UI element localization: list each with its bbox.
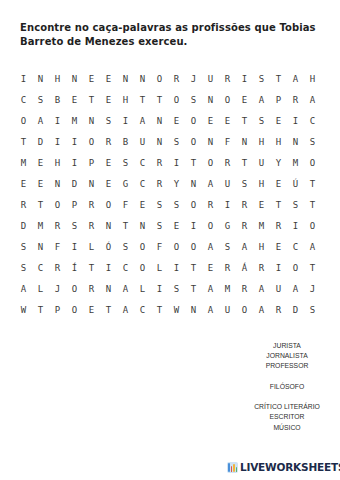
grid-cell[interactable]: H <box>49 68 66 89</box>
grid-cell[interactable]: A <box>236 236 253 257</box>
grid-cell[interactable]: M <box>287 152 304 173</box>
grid-cell[interactable]: P <box>49 299 66 320</box>
grid-cell[interactable]: L <box>151 257 168 278</box>
grid-cell[interactable]: O <box>168 236 185 257</box>
grid-cell[interactable]: T <box>100 299 117 320</box>
grid-cell[interactable]: J <box>49 278 66 299</box>
grid-cell[interactable]: C <box>134 173 151 194</box>
grid-cell[interactable]: C <box>134 152 151 173</box>
grid-cell[interactable]: A <box>202 278 219 299</box>
grid-cell[interactable]: P <box>83 152 100 173</box>
grid-cell[interactable]: G <box>117 173 134 194</box>
grid-cell[interactable]: S <box>117 236 134 257</box>
grid-cell[interactable]: L <box>32 278 49 299</box>
grid-cell[interactable]: I <box>100 257 117 278</box>
grid-cell[interactable]: T <box>236 110 253 131</box>
grid-cell[interactable]: O <box>202 152 219 173</box>
grid-cell[interactable]: N <box>151 131 168 152</box>
grid-cell[interactable]: O <box>304 215 321 236</box>
grid-cell[interactable]: E <box>15 173 32 194</box>
grid-cell[interactable]: T <box>236 152 253 173</box>
grid-cell[interactable]: I <box>49 110 66 131</box>
word-list-item: CRÍTICO LITERÁRIO <box>212 402 340 412</box>
grid-cell[interactable]: D <box>32 131 49 152</box>
grid-cell[interactable]: S <box>287 194 304 215</box>
word-list: JURISTAJORNALISTAPROFESSOR FILÓSOFO CRÍT… <box>212 341 340 433</box>
grid-cell[interactable]: R <box>83 278 100 299</box>
grid-cell[interactable]: O <box>185 194 202 215</box>
grid-cell[interactable]: O <box>287 257 304 278</box>
grid-cell[interactable]: E <box>100 152 117 173</box>
grid-cell[interactable]: H <box>304 68 321 89</box>
grid-cell[interactable]: I <box>185 215 202 236</box>
word-list-item: JURISTA <box>212 341 340 351</box>
grid-cell[interactable]: S <box>219 236 236 257</box>
grid-cell[interactable]: O <box>83 131 100 152</box>
grid-cell[interactable]: R <box>236 215 253 236</box>
grid-cell[interactable]: H <box>253 236 270 257</box>
grid-cell[interactable]: H <box>117 89 134 110</box>
word-list-gap <box>212 392 340 402</box>
grid-cell[interactable]: O <box>185 110 202 131</box>
grid-cell[interactable]: O <box>151 68 168 89</box>
grid-cell[interactable]: E <box>100 89 117 110</box>
word-list-item: MÚSICO <box>212 423 340 433</box>
grid-cell[interactable]: S <box>15 257 32 278</box>
grid-cell[interactable]: N <box>32 236 49 257</box>
grid-cell[interactable]: I <box>219 194 236 215</box>
grid-cell[interactable]: A <box>202 236 219 257</box>
grid-cell[interactable]: E <box>270 110 287 131</box>
grid-cell[interactable]: M <box>15 152 32 173</box>
grid-cell[interactable]: S <box>185 89 202 110</box>
grid-cell[interactable]: S <box>117 152 134 173</box>
grid-cell[interactable]: O <box>134 236 151 257</box>
grid-cell[interactable]: S <box>66 215 83 236</box>
grid-cell[interactable]: T <box>151 89 168 110</box>
grid-cell[interactable]: I <box>49 131 66 152</box>
liveworksheets-icon <box>227 462 238 473</box>
grid-cell[interactable]: E <box>100 173 117 194</box>
grid-cell[interactable]: E <box>32 173 49 194</box>
grid-cell[interactable]: A <box>134 110 151 131</box>
grid-cell[interactable]: O <box>202 215 219 236</box>
grid-cell[interactable]: M <box>219 278 236 299</box>
grid-cell[interactable]: O <box>66 278 83 299</box>
grid-cell[interactable]: N <box>100 215 117 236</box>
grid-cell[interactable]: U <box>253 152 270 173</box>
grid-cell[interactable]: N <box>185 299 202 320</box>
grid-cell[interactable]: Ó <box>100 236 117 257</box>
grid-cell[interactable]: M <box>66 110 83 131</box>
grid-cell[interactable]: I <box>270 257 287 278</box>
grid-cell[interactable]: C <box>304 110 321 131</box>
grid-cell[interactable]: H <box>253 173 270 194</box>
grid-cell[interactable]: S <box>236 173 253 194</box>
grid-cell[interactable]: E <box>202 110 219 131</box>
grid-cell[interactable]: O <box>66 299 83 320</box>
grid-cell[interactable]: N <box>83 110 100 131</box>
grid-cell[interactable]: T <box>270 194 287 215</box>
grid-cell[interactable]: H <box>253 131 270 152</box>
grid-cell[interactable]: N <box>83 173 100 194</box>
grid-cell[interactable]: H <box>270 131 287 152</box>
grid-cell[interactable]: Í <box>66 257 83 278</box>
grid-cell[interactable]: C <box>15 89 32 110</box>
grid-cell[interactable]: N <box>236 131 253 152</box>
grid-cell[interactable]: G <box>219 215 236 236</box>
grid-cell[interactable]: C <box>287 236 304 257</box>
grid-cell[interactable]: A <box>15 278 32 299</box>
grid-cell[interactable]: N <box>185 173 202 194</box>
grid-cell[interactable]: A <box>287 68 304 89</box>
grid-cell[interactable]: W <box>15 299 32 320</box>
word-list-gap <box>212 372 340 382</box>
grid-cell[interactable]: T <box>134 89 151 110</box>
grid-cell[interactable]: O <box>185 131 202 152</box>
grid-cell[interactable]: T <box>304 257 321 278</box>
grid-cell[interactable]: L <box>83 236 100 257</box>
grid-cell[interactable]: A <box>304 236 321 257</box>
grid-cell[interactable]: R <box>236 278 253 299</box>
grid-cell[interactable]: E <box>270 236 287 257</box>
grid-cell[interactable]: T <box>15 131 32 152</box>
grid-cell[interactable]: R <box>49 215 66 236</box>
grid-cell[interactable]: L <box>134 278 151 299</box>
grid-cell[interactable]: I <box>151 278 168 299</box>
grid-cell[interactable]: I <box>117 110 134 131</box>
grid-cell[interactable]: D <box>66 173 83 194</box>
worksheet-page: Encontre no caça-palavras as profissões … <box>0 0 340 480</box>
puzzle-instructions: Encontre no caça-palavras as profissões … <box>20 21 326 48</box>
grid-cell[interactable]: A <box>253 278 270 299</box>
grid-cell[interactable]: R <box>83 194 100 215</box>
grid-cell[interactable]: Ú <box>287 173 304 194</box>
grid-cell[interactable]: I <box>66 152 83 173</box>
word-list-item: PROFESSOR <box>212 361 340 371</box>
grid-cell[interactable]: A <box>117 299 134 320</box>
grid-cell[interactable]: T <box>304 173 321 194</box>
grid-cell[interactable]: N <box>100 278 117 299</box>
grid-cell[interactable]: A <box>253 89 270 110</box>
grid-cell[interactable]: A <box>202 173 219 194</box>
grid-cell[interactable]: E <box>219 110 236 131</box>
grid-cell[interactable]: R <box>100 131 117 152</box>
grid-cell[interactable]: R <box>202 194 219 215</box>
grid-cell[interactable]: S <box>151 194 168 215</box>
grid-cell[interactable]: P <box>270 89 287 110</box>
grid-cell[interactable]: T <box>270 68 287 89</box>
grid-cell[interactable]: R <box>219 152 236 173</box>
grid-cell[interactable]: P <box>66 194 83 215</box>
grid-cell[interactable]: J <box>304 278 321 299</box>
grid-cell[interactable]: R <box>270 215 287 236</box>
grid-cell[interactable]: E <box>134 194 151 215</box>
grid-cell[interactable]: R <box>253 257 270 278</box>
grid-cell[interactable]: E <box>253 194 270 215</box>
grid-cell[interactable]: I <box>168 152 185 173</box>
grid-cell[interactable]: H <box>49 152 66 173</box>
grid-cell[interactable]: E <box>236 89 253 110</box>
grid-cell[interactable]: E <box>100 68 117 89</box>
grid-cell[interactable]: C <box>117 257 134 278</box>
grid-cell[interactable]: Y <box>168 173 185 194</box>
grid-cell[interactable]: S <box>151 215 168 236</box>
grid-cell[interactable]: S <box>168 131 185 152</box>
grid-cell[interactable]: R <box>168 68 185 89</box>
grid-cell[interactable]: R <box>15 194 32 215</box>
grid-cell[interactable]: M <box>32 215 49 236</box>
grid-cell[interactable]: F <box>151 236 168 257</box>
grid-cell[interactable]: S <box>100 110 117 131</box>
grid-cell[interactable]: R <box>49 257 66 278</box>
grid-cell[interactable]: I <box>287 215 304 236</box>
grid-cell[interactable]: I <box>66 236 83 257</box>
grid-cell[interactable]: A <box>32 110 49 131</box>
liveworksheets-logo-text: LIVEWORKSHEETS <box>240 461 340 473</box>
word-list-item: FILÓSOFO <box>212 382 340 392</box>
grid-cell[interactable]: J <box>185 68 202 89</box>
grid-cell[interactable]: S <box>15 236 32 257</box>
grid-cell[interactable]: T <box>32 299 49 320</box>
grid-cell[interactable]: E <box>270 173 287 194</box>
grid-cell[interactable]: N <box>32 68 49 89</box>
grid-cell[interactable]: S <box>253 68 270 89</box>
grid-cell[interactable]: C <box>134 299 151 320</box>
grid-cell[interactable]: O <box>15 110 32 131</box>
grid-cell[interactable]: I <box>236 68 253 89</box>
grid-cell[interactable]: N <box>202 131 219 152</box>
grid-cell[interactable]: F <box>117 194 134 215</box>
grid-cell[interactable]: T <box>185 152 202 173</box>
grid-cell[interactable]: B <box>49 89 66 110</box>
word-list-item: JORNALISTA <box>212 351 340 361</box>
grid-cell[interactable]: R <box>287 89 304 110</box>
grid-cell[interactable]: N <box>66 68 83 89</box>
grid-cell[interactable]: O <box>100 194 117 215</box>
grid-cell[interactable]: U <box>202 68 219 89</box>
grid-cell[interactable]: D <box>287 299 304 320</box>
grid-cell[interactable]: O <box>236 299 253 320</box>
grid-cell[interactable]: S <box>304 299 321 320</box>
grid-cell[interactable]: E <box>168 215 185 236</box>
grid-cell[interactable]: N <box>202 89 219 110</box>
grid-cell[interactable]: U <box>219 299 236 320</box>
grid-cell[interactable]: F <box>49 236 66 257</box>
word-list-item: ESCRITOR <box>212 412 340 422</box>
grid-cell[interactable]: R <box>151 152 168 173</box>
grid-cell[interactable]: A <box>287 278 304 299</box>
grid-cell[interactable]: N <box>117 68 134 89</box>
grid-cell[interactable]: W <box>168 299 185 320</box>
grid-cell[interactable]: R <box>151 173 168 194</box>
grid-cell[interactable]: U <box>270 278 287 299</box>
grid-cell[interactable]: T <box>151 299 168 320</box>
grid-cell[interactable]: T <box>83 89 100 110</box>
grid-cell[interactable]: N <box>49 173 66 194</box>
grid-cell[interactable]: C <box>32 257 49 278</box>
grid-cell[interactable]: O <box>219 89 236 110</box>
liveworksheets-logo[interactable]: LIVEWORKSHEETS <box>227 461 340 473</box>
grid-cell[interactable]: O <box>168 89 185 110</box>
grid-cell[interactable]: T <box>304 194 321 215</box>
grid-cell[interactable]: R <box>219 68 236 89</box>
grid-cell[interactable]: D <box>15 215 32 236</box>
grid-cell[interactable]: S <box>168 194 185 215</box>
grid-cell[interactable]: T <box>117 215 134 236</box>
grid-cell[interactable]: O <box>49 194 66 215</box>
grid-cell[interactable]: U <box>219 173 236 194</box>
grid-cell[interactable]: N <box>151 110 168 131</box>
grid-cell[interactable]: N <box>287 131 304 152</box>
grid-cell[interactable]: R <box>83 215 100 236</box>
grid-cell[interactable]: O <box>304 152 321 173</box>
grid-cell[interactable]: A <box>253 299 270 320</box>
grid-cell[interactable]: U <box>134 131 151 152</box>
grid-cell[interactable]: O <box>134 257 151 278</box>
grid-cell[interactable]: S <box>168 278 185 299</box>
grid-cell[interactable]: T <box>83 257 100 278</box>
grid-cell[interactable]: I <box>15 68 32 89</box>
grid-cell[interactable]: E <box>83 299 100 320</box>
grid-cell[interactable]: S <box>253 110 270 131</box>
grid-cell[interactable]: T <box>185 278 202 299</box>
grid-cell[interactable]: I <box>168 257 185 278</box>
grid-cell[interactable]: S <box>32 89 49 110</box>
grid-cell[interactable]: M <box>253 215 270 236</box>
grid-cell[interactable]: B <box>117 131 134 152</box>
grid-cell[interactable]: T <box>32 194 49 215</box>
grid-cell[interactable]: S <box>304 131 321 152</box>
grid-cell[interactable]: A <box>304 89 321 110</box>
grid-cell[interactable]: O <box>185 236 202 257</box>
grid-cell[interactable]: E <box>83 68 100 89</box>
grid-cell[interactable]: F <box>219 131 236 152</box>
grid-cell[interactable]: I <box>66 131 83 152</box>
grid-cell[interactable]: E <box>202 257 219 278</box>
grid-cell[interactable]: E <box>66 89 83 110</box>
grid-cell[interactable]: N <box>134 68 151 89</box>
grid-cell[interactable]: E <box>168 110 185 131</box>
grid-cell[interactable]: R <box>270 299 287 320</box>
grid-cell[interactable]: I <box>287 110 304 131</box>
grid-cell[interactable]: R <box>219 257 236 278</box>
grid-cell[interactable]: Y <box>270 152 287 173</box>
grid-cell[interactable]: Á <box>236 257 253 278</box>
grid-cell[interactable]: N <box>134 215 151 236</box>
grid-cell[interactable]: R <box>236 194 253 215</box>
wordsearch-grid: INHNEENNORJURISTAHCSBETEHTTOSNOEAPRAOAIM… <box>15 68 321 320</box>
grid-cell[interactable]: A <box>202 299 219 320</box>
grid-cell[interactable]: A <box>117 278 134 299</box>
grid-cell[interactable]: E <box>32 152 49 173</box>
grid-cell[interactable]: T <box>185 257 202 278</box>
